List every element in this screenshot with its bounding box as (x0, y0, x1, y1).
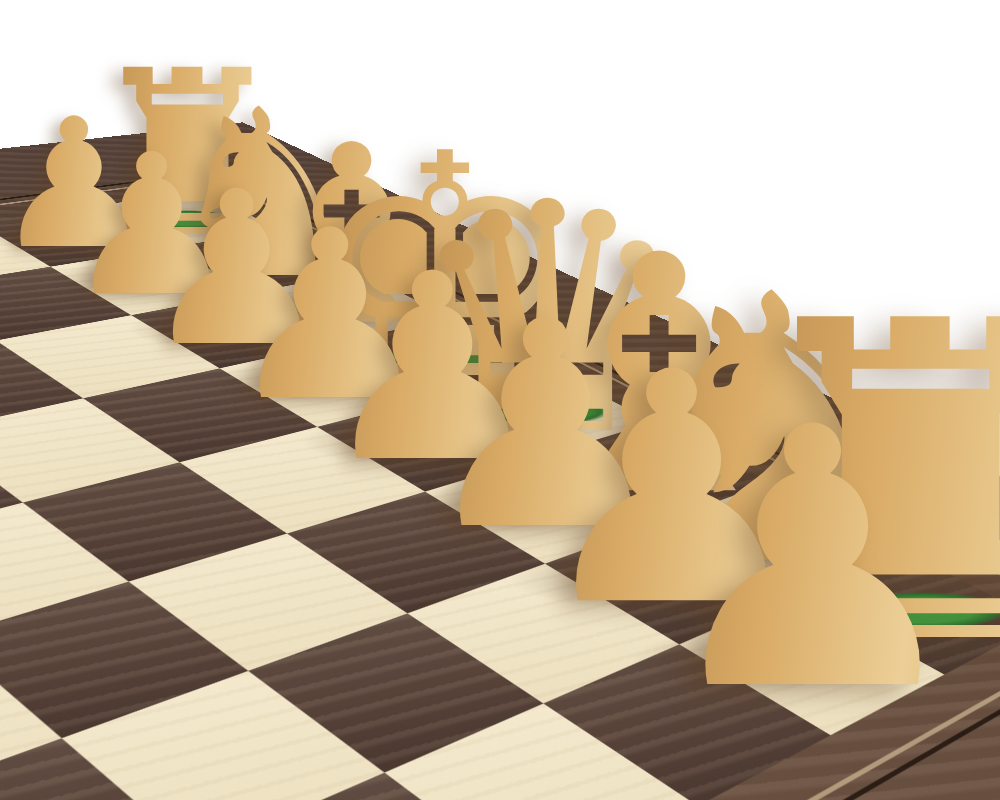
pawn-glyph: ♟ (652, 380, 973, 738)
chess-set-product-photo: ♜♞♝♚♛♝♞♜♟♟♟♟♟♟♟♟ (0, 0, 1000, 800)
